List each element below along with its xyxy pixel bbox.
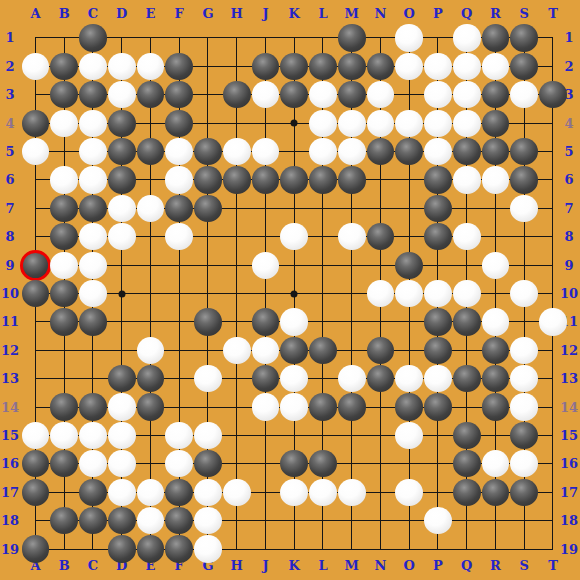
board-point[interactable] — [21, 279, 50, 307]
board-point[interactable] — [452, 137, 481, 165]
board-point[interactable] — [222, 535, 251, 563]
board-point[interactable] — [50, 52, 79, 80]
board-point[interactable] — [280, 194, 309, 222]
board-point[interactable] — [280, 450, 309, 478]
board-point[interactable] — [251, 364, 280, 392]
board-point[interactable] — [539, 336, 568, 364]
board-point[interactable] — [107, 24, 136, 52]
board-point[interactable] — [50, 279, 79, 307]
board-point[interactable] — [79, 336, 108, 364]
board-point[interactable] — [136, 393, 165, 421]
board-point[interactable] — [79, 308, 108, 336]
board-point[interactable] — [481, 52, 510, 80]
board-point[interactable] — [424, 194, 453, 222]
board-point[interactable] — [21, 137, 50, 165]
board-point[interactable] — [50, 336, 79, 364]
board-point[interactable] — [21, 336, 50, 364]
board-point[interactable] — [481, 308, 510, 336]
board-point[interactable] — [194, 364, 223, 392]
board-point[interactable] — [194, 24, 223, 52]
board-point[interactable] — [280, 478, 309, 506]
board-point[interactable] — [452, 251, 481, 279]
board-point[interactable] — [136, 81, 165, 109]
board-point[interactable] — [366, 478, 395, 506]
board-point[interactable] — [424, 81, 453, 109]
board-point[interactable] — [79, 24, 108, 52]
board-point[interactable] — [251, 137, 280, 165]
board-point[interactable] — [395, 52, 424, 80]
board-point[interactable] — [194, 336, 223, 364]
board-point[interactable] — [136, 421, 165, 449]
board-point[interactable] — [21, 223, 50, 251]
board-point[interactable] — [309, 109, 338, 137]
board-point[interactable] — [21, 109, 50, 137]
board-point[interactable] — [165, 308, 194, 336]
board-point[interactable] — [165, 393, 194, 421]
board-point[interactable] — [510, 336, 539, 364]
board-point[interactable] — [136, 109, 165, 137]
board-point[interactable] — [280, 421, 309, 449]
board-point[interactable] — [222, 251, 251, 279]
board-point[interactable] — [452, 393, 481, 421]
board-point[interactable] — [50, 251, 79, 279]
board-point[interactable] — [107, 421, 136, 449]
board-point[interactable] — [165, 81, 194, 109]
board-point[interactable] — [481, 24, 510, 52]
board-point[interactable] — [222, 24, 251, 52]
board-point[interactable] — [194, 450, 223, 478]
board-point[interactable] — [337, 478, 366, 506]
board-point[interactable] — [337, 81, 366, 109]
board-point[interactable] — [424, 364, 453, 392]
board-point[interactable] — [165, 223, 194, 251]
board-point[interactable] — [79, 166, 108, 194]
board-point[interactable] — [366, 506, 395, 534]
board-point[interactable] — [539, 279, 568, 307]
board-point[interactable] — [21, 535, 50, 563]
board-point[interactable] — [452, 24, 481, 52]
board-point[interactable] — [79, 81, 108, 109]
board-point[interactable] — [539, 393, 568, 421]
board-point[interactable] — [280, 166, 309, 194]
board-point[interactable] — [539, 24, 568, 52]
board-point[interactable] — [539, 109, 568, 137]
board-point[interactable] — [165, 166, 194, 194]
board-point[interactable] — [222, 109, 251, 137]
board-point[interactable] — [309, 364, 338, 392]
board-point[interactable] — [366, 24, 395, 52]
board-point[interactable] — [165, 478, 194, 506]
board-point[interactable] — [107, 194, 136, 222]
board-point[interactable] — [21, 506, 50, 534]
board-point[interactable] — [165, 421, 194, 449]
board-point[interactable] — [107, 279, 136, 307]
board-point[interactable] — [452, 478, 481, 506]
board-point[interactable] — [136, 308, 165, 336]
board-point[interactable] — [222, 223, 251, 251]
board-point[interactable] — [424, 336, 453, 364]
board-point[interactable] — [251, 478, 280, 506]
board-point[interactable] — [79, 194, 108, 222]
board-point[interactable] — [222, 166, 251, 194]
board-point[interactable] — [165, 109, 194, 137]
board-point[interactable] — [366, 109, 395, 137]
board-point[interactable] — [107, 393, 136, 421]
board-point[interactable] — [395, 450, 424, 478]
board-point[interactable] — [452, 279, 481, 307]
board-point[interactable] — [481, 223, 510, 251]
board-point[interactable] — [539, 535, 568, 563]
board-point[interactable] — [510, 24, 539, 52]
board-point[interactable] — [194, 393, 223, 421]
board-point[interactable] — [251, 81, 280, 109]
board-point[interactable] — [50, 81, 79, 109]
board-point[interactable] — [395, 393, 424, 421]
board-point[interactable] — [251, 52, 280, 80]
board-point[interactable] — [424, 223, 453, 251]
board-point[interactable] — [222, 450, 251, 478]
board-point[interactable] — [424, 421, 453, 449]
board-point[interactable] — [136, 535, 165, 563]
board-point[interactable] — [136, 166, 165, 194]
board-point[interactable] — [107, 137, 136, 165]
board-point[interactable] — [309, 308, 338, 336]
board-point[interactable] — [107, 535, 136, 563]
board-point[interactable] — [79, 109, 108, 137]
board-point[interactable] — [136, 506, 165, 534]
board-point[interactable] — [452, 194, 481, 222]
board-point[interactable] — [79, 223, 108, 251]
board-point[interactable] — [222, 52, 251, 80]
board-point[interactable] — [79, 478, 108, 506]
board-point[interactable] — [309, 223, 338, 251]
board-point[interactable] — [79, 535, 108, 563]
board-point[interactable] — [424, 478, 453, 506]
board-point[interactable] — [165, 52, 194, 80]
board-point[interactable] — [136, 194, 165, 222]
board-point[interactable] — [280, 137, 309, 165]
board-point[interactable] — [222, 336, 251, 364]
board-point[interactable] — [280, 24, 309, 52]
board-point[interactable] — [366, 336, 395, 364]
board-point[interactable] — [366, 364, 395, 392]
board-point[interactable] — [21, 166, 50, 194]
board-point[interactable] — [481, 393, 510, 421]
board-point[interactable] — [280, 393, 309, 421]
board-point[interactable] — [136, 223, 165, 251]
board-point[interactable] — [510, 223, 539, 251]
board-point[interactable] — [21, 364, 50, 392]
board-point[interactable] — [366, 223, 395, 251]
board-point[interactable] — [251, 308, 280, 336]
board-point[interactable] — [165, 194, 194, 222]
board-point[interactable] — [452, 535, 481, 563]
board-point[interactable] — [222, 81, 251, 109]
board-point[interactable] — [366, 194, 395, 222]
board-point[interactable] — [21, 24, 50, 52]
board-point[interactable] — [194, 223, 223, 251]
board-point[interactable] — [452, 336, 481, 364]
board-point[interactable] — [452, 223, 481, 251]
board-point[interactable] — [481, 478, 510, 506]
board-point[interactable] — [424, 393, 453, 421]
board-point[interactable] — [165, 24, 194, 52]
board-point[interactable] — [107, 478, 136, 506]
board-point[interactable] — [337, 137, 366, 165]
board-point[interactable] — [107, 223, 136, 251]
board-point[interactable] — [395, 535, 424, 563]
board-point[interactable] — [280, 81, 309, 109]
board-point[interactable] — [337, 506, 366, 534]
board-point[interactable] — [165, 279, 194, 307]
board-point[interactable] — [251, 535, 280, 563]
board-point[interactable] — [395, 478, 424, 506]
board-point[interactable] — [222, 308, 251, 336]
board-point[interactable] — [395, 137, 424, 165]
board-point[interactable] — [309, 279, 338, 307]
board-point[interactable] — [395, 194, 424, 222]
board-point[interactable] — [309, 506, 338, 534]
board-point[interactable] — [395, 166, 424, 194]
board-point[interactable] — [424, 279, 453, 307]
board-point[interactable] — [337, 535, 366, 563]
board-point[interactable] — [222, 279, 251, 307]
board-point[interactable] — [424, 166, 453, 194]
board-point[interactable] — [309, 194, 338, 222]
board-point[interactable] — [194, 81, 223, 109]
board-point[interactable] — [194, 535, 223, 563]
board-point[interactable] — [309, 336, 338, 364]
board-point[interactable] — [337, 166, 366, 194]
board-point[interactable] — [165, 506, 194, 534]
board-point[interactable] — [79, 506, 108, 534]
board-point[interactable] — [510, 506, 539, 534]
board-point[interactable] — [136, 336, 165, 364]
board-point[interactable] — [107, 166, 136, 194]
board-point[interactable] — [510, 251, 539, 279]
board-point[interactable] — [194, 52, 223, 80]
board-point[interactable] — [50, 223, 79, 251]
board-point[interactable] — [309, 52, 338, 80]
board-point[interactable] — [366, 421, 395, 449]
board-point[interactable] — [539, 364, 568, 392]
board-point[interactable] — [136, 364, 165, 392]
board-point[interactable] — [136, 478, 165, 506]
board-point[interactable] — [79, 421, 108, 449]
board-point[interactable] — [251, 109, 280, 137]
board-point[interactable] — [136, 24, 165, 52]
board-point[interactable] — [539, 194, 568, 222]
board-point[interactable] — [165, 137, 194, 165]
board-point[interactable] — [50, 478, 79, 506]
board-point[interactable] — [366, 279, 395, 307]
board-point[interactable] — [194, 279, 223, 307]
board-point[interactable] — [251, 393, 280, 421]
board-point[interactable] — [21, 251, 50, 279]
board-point[interactable] — [337, 364, 366, 392]
board-point[interactable] — [107, 109, 136, 137]
board-point[interactable] — [452, 421, 481, 449]
board-point[interactable] — [539, 308, 568, 336]
board-point[interactable] — [481, 364, 510, 392]
board-point[interactable] — [309, 393, 338, 421]
board-point[interactable] — [539, 478, 568, 506]
board-point[interactable] — [280, 506, 309, 534]
board-point[interactable] — [510, 421, 539, 449]
board-point[interactable] — [79, 137, 108, 165]
board-point[interactable] — [222, 137, 251, 165]
board-point[interactable] — [50, 308, 79, 336]
board-point[interactable] — [510, 393, 539, 421]
board-point[interactable] — [510, 194, 539, 222]
board-point[interactable] — [309, 421, 338, 449]
board-point[interactable] — [366, 251, 395, 279]
board-point[interactable] — [194, 137, 223, 165]
board-point[interactable] — [107, 450, 136, 478]
board-point[interactable] — [21, 308, 50, 336]
board-point[interactable] — [395, 421, 424, 449]
board-point[interactable] — [251, 279, 280, 307]
board-point[interactable] — [481, 506, 510, 534]
board-point[interactable] — [337, 279, 366, 307]
board-point[interactable] — [539, 81, 568, 109]
board-point[interactable] — [309, 81, 338, 109]
board-point[interactable] — [107, 52, 136, 80]
board-point[interactable] — [79, 52, 108, 80]
board-point[interactable] — [50, 535, 79, 563]
board-point[interactable] — [481, 137, 510, 165]
board-point[interactable] — [424, 506, 453, 534]
board-point[interactable] — [251, 223, 280, 251]
board-point[interactable] — [452, 506, 481, 534]
board-point[interactable] — [337, 336, 366, 364]
board-point[interactable] — [50, 421, 79, 449]
board-point[interactable] — [251, 194, 280, 222]
board-point[interactable] — [222, 506, 251, 534]
board-point[interactable] — [107, 364, 136, 392]
board-point[interactable] — [107, 251, 136, 279]
board-point[interactable] — [21, 478, 50, 506]
board-point[interactable] — [251, 251, 280, 279]
board-point[interactable] — [280, 223, 309, 251]
board-point[interactable] — [309, 166, 338, 194]
board-point[interactable] — [395, 308, 424, 336]
board-point[interactable] — [309, 137, 338, 165]
board-point[interactable] — [222, 364, 251, 392]
board-point[interactable] — [165, 336, 194, 364]
board-point[interactable] — [136, 137, 165, 165]
board-point[interactable] — [424, 109, 453, 137]
board-point[interactable] — [165, 535, 194, 563]
board-point[interactable] — [539, 223, 568, 251]
board-point[interactable] — [481, 81, 510, 109]
board-point[interactable] — [452, 166, 481, 194]
board-point[interactable] — [251, 336, 280, 364]
board-point[interactable] — [539, 450, 568, 478]
board-point[interactable] — [395, 24, 424, 52]
board-point[interactable] — [309, 24, 338, 52]
board-point[interactable] — [366, 166, 395, 194]
board-point[interactable] — [251, 421, 280, 449]
board-point[interactable] — [337, 251, 366, 279]
board-point[interactable] — [424, 251, 453, 279]
board-point[interactable] — [424, 137, 453, 165]
board-point[interactable] — [510, 52, 539, 80]
board-point[interactable] — [194, 251, 223, 279]
board-point[interactable] — [251, 506, 280, 534]
board-point[interactable] — [79, 279, 108, 307]
board-point[interactable] — [366, 450, 395, 478]
board-point[interactable] — [251, 450, 280, 478]
board-point[interactable] — [194, 109, 223, 137]
board-point[interactable] — [309, 478, 338, 506]
board-point[interactable] — [50, 364, 79, 392]
board-point[interactable] — [395, 109, 424, 137]
board-point[interactable] — [510, 137, 539, 165]
board-point[interactable] — [481, 279, 510, 307]
board-point[interactable] — [280, 308, 309, 336]
board-point[interactable] — [366, 308, 395, 336]
board-point[interactable] — [539, 506, 568, 534]
board-point[interactable] — [194, 308, 223, 336]
board-point[interactable] — [539, 52, 568, 80]
board-point[interactable] — [452, 450, 481, 478]
board-point[interactable] — [452, 81, 481, 109]
board-point[interactable] — [79, 393, 108, 421]
board-point[interactable] — [50, 194, 79, 222]
board-point[interactable] — [481, 194, 510, 222]
board-point[interactable] — [50, 137, 79, 165]
board-point[interactable] — [21, 393, 50, 421]
board-point[interactable] — [452, 308, 481, 336]
board-point[interactable] — [280, 52, 309, 80]
board-point[interactable] — [510, 535, 539, 563]
board-point[interactable] — [510, 166, 539, 194]
board-point[interactable] — [136, 251, 165, 279]
board-point[interactable] — [50, 24, 79, 52]
board-point[interactable] — [194, 166, 223, 194]
board-point[interactable] — [337, 308, 366, 336]
board-point[interactable] — [79, 450, 108, 478]
board-point[interactable] — [136, 279, 165, 307]
board-point[interactable] — [395, 251, 424, 279]
board-point[interactable] — [366, 81, 395, 109]
board-point[interactable] — [21, 52, 50, 80]
board-point[interactable] — [79, 364, 108, 392]
board-point[interactable] — [280, 279, 309, 307]
board-point[interactable] — [481, 166, 510, 194]
board-point[interactable] — [424, 450, 453, 478]
board-point[interactable] — [366, 535, 395, 563]
board-point[interactable] — [452, 52, 481, 80]
board-point[interactable] — [309, 450, 338, 478]
board-point[interactable] — [510, 279, 539, 307]
board-point[interactable] — [481, 251, 510, 279]
board-point[interactable] — [481, 450, 510, 478]
board-point[interactable] — [251, 24, 280, 52]
board-point[interactable] — [539, 166, 568, 194]
board-point[interactable] — [337, 52, 366, 80]
board-point[interactable] — [251, 166, 280, 194]
board-point[interactable] — [21, 194, 50, 222]
board-point[interactable] — [280, 109, 309, 137]
board-point[interactable] — [194, 478, 223, 506]
board-point[interactable] — [337, 393, 366, 421]
board-point[interactable] — [107, 336, 136, 364]
board-point[interactable] — [136, 450, 165, 478]
board-point[interactable] — [337, 223, 366, 251]
board-point[interactable] — [510, 81, 539, 109]
